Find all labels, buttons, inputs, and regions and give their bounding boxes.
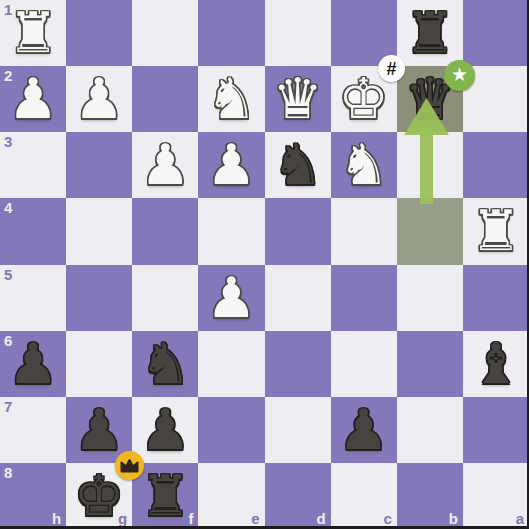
square-b3[interactable] — [397, 132, 463, 198]
square-g6[interactable] — [66, 331, 132, 397]
star-icon: ★ — [451, 65, 468, 86]
black-pawn-h6[interactable]: ♟ — [0, 331, 66, 397]
white-rook-h1[interactable]: ♜ — [0, 0, 66, 66]
winner-crown-badge — [115, 451, 144, 480]
square-f1[interactable] — [132, 0, 198, 66]
file-label-e: e — [251, 511, 259, 526]
square-g4[interactable] — [66, 198, 132, 264]
black-pawn-f7[interactable]: ♟ — [132, 397, 198, 463]
square-h7[interactable]: 7 — [0, 397, 66, 463]
square-c5[interactable] — [331, 265, 397, 331]
square-e4[interactable] — [198, 198, 264, 264]
square-e7[interactable] — [198, 397, 264, 463]
square-d6[interactable] — [265, 331, 331, 397]
black-knight-f6[interactable]: ♞ — [132, 331, 198, 397]
rank-label-3: 3 — [4, 134, 12, 149]
square-b5[interactable] — [397, 265, 463, 331]
black-pawn-c7[interactable]: ♟ — [331, 397, 397, 463]
square-f6[interactable]: ♞ — [132, 331, 198, 397]
square-c6[interactable] — [331, 331, 397, 397]
file-label-c: c — [383, 511, 391, 526]
square-h1[interactable]: 1♜ — [0, 0, 66, 66]
rank-label-4: 4 — [4, 200, 12, 215]
white-pawn-f3[interactable]: ♟ — [132, 132, 198, 198]
white-pawn-e5[interactable]: ♟ — [198, 265, 264, 331]
square-d2[interactable]: ♛ — [265, 66, 331, 132]
white-knight-c3[interactable]: ♞ — [331, 132, 397, 198]
black-knight-d3[interactable]: ♞ — [265, 132, 331, 198]
square-a5[interactable] — [463, 265, 529, 331]
square-h4[interactable]: 4 — [0, 198, 66, 264]
square-f5[interactable] — [132, 265, 198, 331]
rank-label-5: 5 — [4, 267, 12, 282]
best-move-star-icon: ★ — [444, 60, 475, 91]
square-e8[interactable]: e — [198, 463, 264, 529]
black-rook-f8[interactable]: ♜ — [132, 463, 198, 529]
white-queen-d2[interactable]: ♛ — [265, 66, 331, 132]
square-h8[interactable]: 8h — [0, 463, 66, 529]
square-c3[interactable]: ♞ — [331, 132, 397, 198]
square-g1[interactable] — [66, 0, 132, 66]
square-f4[interactable] — [132, 198, 198, 264]
square-f7[interactable]: ♟ — [132, 397, 198, 463]
chess-app-screenshot: 1♜♜2♟♟♞♛♚♛3♟♟♞♞4♜5♟6♟♞♝7♟♟♟8hg♚f♜edcba #… — [0, 0, 529, 529]
white-knight-e2[interactable]: ♞ — [198, 66, 264, 132]
square-h3[interactable]: 3 — [0, 132, 66, 198]
rank-label-8: 8 — [4, 465, 12, 480]
square-d4[interactable] — [265, 198, 331, 264]
file-label-d: d — [316, 511, 325, 526]
square-b7[interactable] — [397, 397, 463, 463]
square-g3[interactable] — [66, 132, 132, 198]
square-b1[interactable]: ♜ — [397, 0, 463, 66]
square-f3[interactable]: ♟ — [132, 132, 198, 198]
square-d5[interactable] — [265, 265, 331, 331]
square-c8[interactable]: c — [331, 463, 397, 529]
square-d1[interactable] — [265, 0, 331, 66]
square-c7[interactable]: ♟ — [331, 397, 397, 463]
white-pawn-e3[interactable]: ♟ — [198, 132, 264, 198]
square-a3[interactable] — [463, 132, 529, 198]
white-pawn-h2[interactable]: ♟ — [0, 66, 66, 132]
square-a4[interactable]: ♜ — [463, 198, 529, 264]
black-bishop-a6[interactable]: ♝ — [463, 331, 529, 397]
square-g5[interactable] — [66, 265, 132, 331]
file-label-h: h — [52, 511, 61, 526]
square-h6[interactable]: 6♟ — [0, 331, 66, 397]
square-f2[interactable] — [132, 66, 198, 132]
square-c4[interactable] — [331, 198, 397, 264]
white-pawn-g2[interactable]: ♟ — [66, 66, 132, 132]
square-f8[interactable]: f♜ — [132, 463, 198, 529]
square-b4[interactable] — [397, 198, 463, 264]
square-d3[interactable]: ♞ — [265, 132, 331, 198]
file-label-b: b — [449, 511, 458, 526]
crown-icon — [120, 458, 139, 474]
square-a8[interactable]: a — [463, 463, 529, 529]
square-a7[interactable] — [463, 397, 529, 463]
square-e1[interactable] — [198, 0, 264, 66]
square-e2[interactable]: ♞ — [198, 66, 264, 132]
square-h5[interactable]: 5 — [0, 265, 66, 331]
square-d8[interactable]: d — [265, 463, 331, 529]
square-e6[interactable] — [198, 331, 264, 397]
white-rook-a4[interactable]: ♜ — [463, 198, 529, 264]
square-e5[interactable]: ♟ — [198, 265, 264, 331]
checkmate-symbol: # — [386, 60, 396, 78]
black-rook-b1[interactable]: ♜ — [397, 0, 463, 66]
square-d7[interactable] — [265, 397, 331, 463]
square-a6[interactable]: ♝ — [463, 331, 529, 397]
rank-label-7: 7 — [4, 399, 12, 414]
file-label-a: a — [516, 511, 524, 526]
checkmate-badge: # — [378, 55, 405, 82]
square-g2[interactable]: ♟ — [66, 66, 132, 132]
square-b8[interactable]: b — [397, 463, 463, 529]
square-a1[interactable] — [463, 0, 529, 66]
square-b6[interactable] — [397, 331, 463, 397]
square-h2[interactable]: 2♟ — [0, 66, 66, 132]
square-e3[interactable]: ♟ — [198, 132, 264, 198]
